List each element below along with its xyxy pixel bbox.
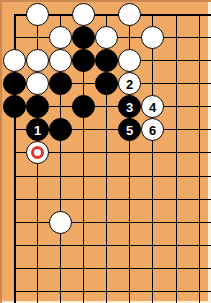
black-stone bbox=[49, 118, 72, 141]
circle-mark-icon bbox=[31, 146, 44, 159]
move-number-label: 4 bbox=[149, 100, 156, 114]
black-stone bbox=[3, 72, 26, 95]
move-number-label: 5 bbox=[126, 123, 133, 137]
move-number-label: 3 bbox=[126, 100, 133, 114]
white-stone bbox=[49, 211, 72, 234]
black-stone bbox=[72, 95, 95, 118]
grid-line-horizontal bbox=[14, 291, 211, 292]
white-stone-move-6: 6 bbox=[141, 118, 164, 141]
grid-line-vertical bbox=[199, 14, 200, 303]
white-stone bbox=[118, 3, 141, 26]
white-stone bbox=[141, 26, 164, 49]
grid-line-horizontal bbox=[14, 245, 211, 246]
move-number-label: 2 bbox=[126, 77, 133, 91]
black-stone bbox=[95, 49, 118, 72]
black-stone bbox=[72, 26, 95, 49]
go-board-diagram: 234156 bbox=[0, 0, 211, 303]
grid-line-horizontal bbox=[14, 222, 211, 223]
white-stone bbox=[95, 26, 118, 49]
grid-line-vertical bbox=[152, 14, 153, 303]
black-stone-move-1: 1 bbox=[26, 118, 49, 141]
black-stone bbox=[49, 72, 72, 95]
move-number-label: 6 bbox=[149, 123, 156, 137]
white-stone bbox=[26, 72, 49, 95]
black-stone bbox=[72, 49, 95, 72]
white-stone bbox=[3, 49, 26, 72]
black-stone-move-3: 3 bbox=[118, 95, 141, 118]
grid-line-horizontal bbox=[14, 176, 211, 177]
white-stone bbox=[49, 49, 72, 72]
move-number-label: 1 bbox=[34, 123, 41, 137]
white-stone bbox=[26, 49, 49, 72]
black-stone bbox=[26, 95, 49, 118]
white-stone-move-4: 4 bbox=[141, 95, 164, 118]
circle-marked-white-stone bbox=[26, 141, 49, 164]
white-stone bbox=[72, 3, 95, 26]
grid-line-horizontal bbox=[14, 268, 211, 269]
black-stone bbox=[95, 72, 118, 95]
black-stone bbox=[3, 95, 26, 118]
black-stone-move-5: 5 bbox=[118, 118, 141, 141]
white-stone bbox=[49, 26, 72, 49]
grid-line-horizontal bbox=[14, 199, 211, 200]
white-stone bbox=[26, 3, 49, 26]
white-stone bbox=[118, 49, 141, 72]
grid-line-vertical bbox=[176, 14, 177, 303]
white-stone-move-2: 2 bbox=[118, 72, 141, 95]
